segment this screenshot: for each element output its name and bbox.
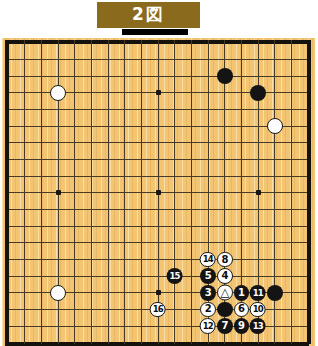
- board-intersection: [250, 68, 267, 85]
- board-intersection: [0, 135, 17, 152]
- board-intersection: [100, 68, 117, 85]
- board-intersection: [300, 85, 317, 102]
- board-intersection: [217, 101, 234, 118]
- board-intersection: [100, 201, 117, 218]
- board-intersection: [67, 301, 84, 318]
- board-intersection: [183, 235, 200, 252]
- black-stone-move-15: 15: [167, 268, 183, 284]
- board-intersection: [200, 35, 217, 52]
- board-intersection: 7: [217, 318, 234, 335]
- board-intersection: [283, 201, 300, 218]
- board-intersection: [233, 185, 250, 202]
- board-intersection: [283, 68, 300, 85]
- board-intersection: [133, 35, 150, 52]
- board-intersection: [250, 151, 267, 168]
- board-intersection: [67, 135, 84, 152]
- board-intersection: [167, 235, 184, 252]
- board-intersection: [33, 268, 50, 285]
- board-intersection: [83, 251, 100, 268]
- white-stone-triangle-marked: △: [217, 284, 233, 300]
- board-intersection: [33, 135, 50, 152]
- board-intersection: 2: [200, 301, 217, 318]
- board-intersection: [133, 334, 150, 346]
- board-intersection: [183, 218, 200, 235]
- board-intersection: [150, 334, 167, 346]
- board-intersection: 15: [167, 268, 184, 285]
- board-intersection: [300, 201, 317, 218]
- board-intersection: [200, 51, 217, 68]
- board-intersection: [83, 235, 100, 252]
- black-stone: [217, 68, 233, 84]
- board-intersection: [217, 185, 234, 202]
- board-intersection: [183, 334, 200, 346]
- board-intersection: [283, 334, 300, 346]
- board-intersection: [283, 135, 300, 152]
- board-intersection: 16: [150, 301, 167, 318]
- board-intersection: [100, 135, 117, 152]
- board-intersection: [267, 135, 284, 152]
- board-intersection: [300, 35, 317, 52]
- board-intersection: [200, 334, 217, 346]
- board-intersection: [33, 285, 50, 302]
- board-intersection: [67, 118, 84, 135]
- board-intersection: [0, 51, 17, 68]
- board-intersection: [100, 168, 117, 185]
- board-intersection: [67, 35, 84, 52]
- white-stone: [50, 285, 66, 301]
- board-intersection: [117, 268, 134, 285]
- board-intersection: 8: [217, 251, 234, 268]
- board-intersection: [200, 201, 217, 218]
- board-intersection: [67, 235, 84, 252]
- board-intersection: [50, 135, 67, 152]
- board-intersection: [150, 218, 167, 235]
- board-intersection: [233, 151, 250, 168]
- board-intersection: 6: [233, 301, 250, 318]
- board-intersection: [133, 201, 150, 218]
- board-intersection: [283, 218, 300, 235]
- board-intersection: [67, 185, 84, 202]
- board-intersection: [17, 51, 34, 68]
- board-intersection: [0, 85, 17, 102]
- board-intersection: [200, 235, 217, 252]
- board-intersection: [200, 185, 217, 202]
- figure-title-badge: 2図: [97, 2, 200, 28]
- black-stone-move-1: 1: [234, 285, 250, 301]
- board-intersection: [83, 185, 100, 202]
- board-intersection: [250, 101, 267, 118]
- black-stone-move-9: 9: [234, 318, 250, 334]
- board-intersection: [200, 151, 217, 168]
- board-intersection: [217, 85, 234, 102]
- board-intersection: [83, 334, 100, 346]
- star-point: [156, 90, 161, 95]
- board-intersection: [133, 285, 150, 302]
- board-intersection: [233, 85, 250, 102]
- board-intersection: [33, 85, 50, 102]
- board-intersection: [300, 301, 317, 318]
- board-intersection: [100, 301, 117, 318]
- board-intersection: [283, 285, 300, 302]
- board-intersection: 13: [250, 318, 267, 335]
- board-intersection: [300, 285, 317, 302]
- board-intersection: [100, 251, 117, 268]
- board-intersection: [117, 135, 134, 152]
- board-intersection: [217, 334, 234, 346]
- white-stone-move-4: 4: [217, 268, 233, 284]
- board-intersection: [133, 301, 150, 318]
- board-intersection: [300, 135, 317, 152]
- board-intersection: [83, 218, 100, 235]
- board-intersection: [250, 51, 267, 68]
- board-intersection: 5: [200, 268, 217, 285]
- board-intersection: [150, 268, 167, 285]
- board-intersection: [300, 268, 317, 285]
- board-intersection: [67, 51, 84, 68]
- black-stone-move-11: 11: [250, 285, 266, 301]
- board-intersection: [50, 285, 67, 302]
- black-stone-move-3: 3: [200, 285, 216, 301]
- board-intersection: [100, 218, 117, 235]
- board-intersection: [133, 51, 150, 68]
- board-intersection: [17, 35, 34, 52]
- board-intersection: [17, 285, 34, 302]
- board-intersection: [0, 251, 17, 268]
- board-intersection: [100, 185, 117, 202]
- board-intersection: [233, 168, 250, 185]
- board-intersection: [100, 318, 117, 335]
- board-intersection: [0, 235, 17, 252]
- board-intersection: [217, 35, 234, 52]
- board-intersection: 4: [217, 268, 234, 285]
- board-intersection: [300, 168, 317, 185]
- board-intersection: [0, 151, 17, 168]
- board-intersection: [33, 301, 50, 318]
- board-intersection: [117, 201, 134, 218]
- board-intersection: [67, 201, 84, 218]
- board-intersection: [267, 201, 284, 218]
- board-intersection: [133, 135, 150, 152]
- board-intersection: [283, 301, 300, 318]
- board-intersection: [133, 185, 150, 202]
- white-stone-move-2: 2: [200, 302, 216, 318]
- board-intersection: [50, 35, 67, 52]
- board-intersection: 9: [233, 318, 250, 335]
- board-intersection: [50, 85, 67, 102]
- board-intersection: [150, 35, 167, 52]
- board-intersection: [167, 301, 184, 318]
- board-intersection: [133, 101, 150, 118]
- board-intersection: [250, 218, 267, 235]
- board-intersection: [0, 118, 17, 135]
- board-intersection: [183, 251, 200, 268]
- board-intersection: [83, 68, 100, 85]
- board-intersection: [167, 101, 184, 118]
- board-intersection: [283, 168, 300, 185]
- board-intersection: [133, 268, 150, 285]
- board-intersection: [300, 334, 317, 346]
- board-intersection: [267, 268, 284, 285]
- board-intersection: [233, 101, 250, 118]
- black-stone: [217, 302, 233, 318]
- board-intersection: [250, 135, 267, 152]
- board-intersection: [150, 235, 167, 252]
- board-intersection: [83, 101, 100, 118]
- board-intersection: [250, 268, 267, 285]
- board-intersection: [267, 151, 284, 168]
- black-stone-move-7: 7: [217, 318, 233, 334]
- board-intersection: [267, 85, 284, 102]
- board-intersection: [217, 201, 234, 218]
- board-intersection: 1: [233, 285, 250, 302]
- board-intersection: [300, 318, 317, 335]
- board-intersection: [0, 101, 17, 118]
- board-intersection: [67, 68, 84, 85]
- board-intersection: [233, 51, 250, 68]
- board-intersection: [183, 301, 200, 318]
- star-point: [156, 190, 161, 195]
- board-intersection: [117, 118, 134, 135]
- board-intersection: [117, 334, 134, 346]
- board-intersection: [267, 35, 284, 52]
- board-intersection: [250, 251, 267, 268]
- board-intersection: [100, 334, 117, 346]
- board-intersection: [67, 318, 84, 335]
- board-intersection: [17, 168, 34, 185]
- board-intersection: [17, 218, 34, 235]
- board-intersection: [267, 168, 284, 185]
- board-intersection: [300, 235, 317, 252]
- board-intersection: [217, 301, 234, 318]
- board-intersection: [167, 35, 184, 52]
- board-intersection: [283, 318, 300, 335]
- board-intersection: [67, 268, 84, 285]
- board-intersection: [183, 35, 200, 52]
- board-intersection: [267, 318, 284, 335]
- board-intersection: [267, 251, 284, 268]
- board-intersection: [183, 101, 200, 118]
- board-intersection: [283, 251, 300, 268]
- board-intersection: [67, 168, 84, 185]
- board-intersection: [50, 268, 67, 285]
- board-intersection: [17, 135, 34, 152]
- white-stone: [267, 118, 283, 134]
- board-intersection: [133, 251, 150, 268]
- board-intersection: [233, 268, 250, 285]
- board-intersection: [283, 85, 300, 102]
- board-intersection: [117, 235, 134, 252]
- board-intersection: [83, 285, 100, 302]
- board-intersection: [83, 201, 100, 218]
- board-intersection: [267, 118, 284, 135]
- board-intersection: [33, 151, 50, 168]
- board-intersection: [250, 334, 267, 346]
- board-intersection: [167, 151, 184, 168]
- board-intersection: [83, 85, 100, 102]
- board-intersection: [83, 301, 100, 318]
- board-intersection: [167, 334, 184, 346]
- board-intersection: [283, 101, 300, 118]
- star-point: [256, 190, 261, 195]
- board-intersection: [0, 301, 17, 318]
- board-intersection: [183, 68, 200, 85]
- board-intersection: [167, 318, 184, 335]
- board-intersection: [267, 285, 284, 302]
- board-intersection: [300, 51, 317, 68]
- black-stone-move-5: 5: [200, 268, 216, 284]
- board-intersection: [117, 318, 134, 335]
- board-intersection: [150, 68, 167, 85]
- board-intersection: [117, 151, 134, 168]
- board-intersection: [267, 185, 284, 202]
- board-intersection: [233, 334, 250, 346]
- board-intersection: 11: [250, 285, 267, 302]
- board-intersection: [33, 235, 50, 252]
- board-intersection: [0, 185, 17, 202]
- board-intersection: [17, 334, 34, 346]
- board-intersection: [17, 101, 34, 118]
- white-stone-move-10: 10: [250, 302, 266, 318]
- board-intersection: [217, 51, 234, 68]
- board-intersection: [83, 118, 100, 135]
- board-intersection: [150, 285, 167, 302]
- board-intersection: [100, 35, 117, 52]
- board-intersection: [267, 235, 284, 252]
- white-stone-move-6: 6: [234, 302, 250, 318]
- board-intersection: [283, 268, 300, 285]
- board-intersection: [0, 218, 17, 235]
- board-intersection: [167, 68, 184, 85]
- board-intersection: [0, 35, 17, 52]
- board-intersection: [233, 118, 250, 135]
- board-intersection: [33, 185, 50, 202]
- board-intersection: [150, 118, 167, 135]
- board-intersection: [0, 201, 17, 218]
- board-intersection: [183, 318, 200, 335]
- board-intersection: [50, 51, 67, 68]
- board-intersection: [183, 285, 200, 302]
- board-intersection: [183, 85, 200, 102]
- board-intersection: [250, 118, 267, 135]
- board-intersection: [150, 151, 167, 168]
- board-intersection: [117, 101, 134, 118]
- board-intersection: [100, 118, 117, 135]
- board-intersection: [67, 101, 84, 118]
- board-intersection: [150, 201, 167, 218]
- board-intersection: [200, 168, 217, 185]
- board-intersection: [33, 318, 50, 335]
- white-stone-move-12: 12: [200, 318, 216, 334]
- board-intersection: [0, 285, 17, 302]
- board-intersection: [33, 118, 50, 135]
- board-intersection: [117, 35, 134, 52]
- board-intersection: [250, 185, 267, 202]
- board-intersection: [233, 218, 250, 235]
- board-intersection: [117, 85, 134, 102]
- board-intersection: [83, 168, 100, 185]
- board-intersection: [217, 68, 234, 85]
- board-intersection: [17, 118, 34, 135]
- board-intersection: [67, 251, 84, 268]
- board-intersection: [50, 185, 67, 202]
- board-intersection: [133, 318, 150, 335]
- board-intersection: [300, 151, 317, 168]
- board-intersection: [217, 135, 234, 152]
- board-intersection: [17, 318, 34, 335]
- board-intersection: [33, 218, 50, 235]
- board-intersection: [17, 301, 34, 318]
- board-intersection: [33, 334, 50, 346]
- board-intersection: [117, 285, 134, 302]
- board-intersection: [67, 285, 84, 302]
- board-intersection: [200, 118, 217, 135]
- board-intersection: [217, 151, 234, 168]
- board-intersection: [17, 235, 34, 252]
- board-intersection: [283, 185, 300, 202]
- board-intersection: [0, 68, 17, 85]
- board-intersection: [100, 101, 117, 118]
- board-intersection: [17, 268, 34, 285]
- board-intersection: [233, 251, 250, 268]
- go-figure-diagram: 2図 14815543△111162610127913: [0, 0, 318, 346]
- board-intersection: [150, 251, 167, 268]
- board-intersection: [133, 218, 150, 235]
- board-intersection: [200, 85, 217, 102]
- board-intersection: [117, 168, 134, 185]
- board-intersection: [167, 135, 184, 152]
- board-intersection: [167, 251, 184, 268]
- board-intersection: [183, 118, 200, 135]
- board-intersection: [283, 118, 300, 135]
- board-intersection: [167, 201, 184, 218]
- board-intersection: [233, 235, 250, 252]
- board-intersection: [267, 301, 284, 318]
- board-intersection: [117, 68, 134, 85]
- board-intersection: [300, 251, 317, 268]
- board-intersection: [300, 185, 317, 202]
- board-intersection: [117, 218, 134, 235]
- board-intersection: [83, 51, 100, 68]
- board-intersection: [17, 201, 34, 218]
- board-intersection: [83, 318, 100, 335]
- board-intersection: [100, 235, 117, 252]
- board-intersection: [67, 334, 84, 346]
- board-intersection: [50, 218, 67, 235]
- board-intersection: [200, 218, 217, 235]
- board-intersection: [50, 151, 67, 168]
- board-intersection: [283, 51, 300, 68]
- board-intersection: [133, 118, 150, 135]
- board-intersection: [117, 301, 134, 318]
- board-intersection: [233, 201, 250, 218]
- board-intersection: [150, 51, 167, 68]
- board-intersection: [267, 334, 284, 346]
- board-intersection: [267, 51, 284, 68]
- white-stone: [50, 85, 66, 101]
- black-stone-move-13: 13: [250, 318, 266, 334]
- star-point: [56, 190, 61, 195]
- board-intersection: [300, 118, 317, 135]
- board-intersection: [17, 251, 34, 268]
- board-intersection: [100, 85, 117, 102]
- board-intersection: [33, 251, 50, 268]
- board-intersection: [300, 218, 317, 235]
- board-intersection: [33, 35, 50, 52]
- board-intersection: [183, 135, 200, 152]
- board-intersection: [133, 68, 150, 85]
- board-intersection: [300, 68, 317, 85]
- board-intersection: [183, 168, 200, 185]
